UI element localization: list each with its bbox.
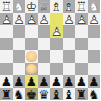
white-knight[interactable]: ♞♘ xyxy=(13,0,26,13)
square-e1[interactable]: ♛♕ xyxy=(38,0,51,13)
square-a5[interactable] xyxy=(88,50,101,63)
square-d8[interactable]: ♝ xyxy=(50,88,63,101)
square-b5[interactable] xyxy=(75,50,88,63)
white-pawn[interactable]: ♟♙ xyxy=(50,25,63,38)
square-b1[interactable]: ♜♖ xyxy=(75,0,88,13)
chess-board: ♜♖♞♘♚♔♛♕♝♗♝♗♜♖♞♘♟♙♟♙♟♙♟♙♟♙♟♙♟♙♟♙♟♟♟♟♟♟♟♟… xyxy=(0,0,100,100)
square-b7[interactable]: ♟ xyxy=(75,75,88,88)
square-f6[interactable] xyxy=(25,63,38,76)
square-g8[interactable]: ♞ xyxy=(13,88,26,101)
square-f8[interactable]: ♚ xyxy=(25,88,38,101)
square-h3[interactable] xyxy=(0,25,13,38)
square-h1[interactable]: ♜♖ xyxy=(0,0,13,13)
square-g7[interactable]: ♟ xyxy=(13,75,26,88)
square-f1[interactable]: ♚♔ xyxy=(25,0,38,13)
black-pawn[interactable]: ♟ xyxy=(88,75,101,88)
square-a3[interactable] xyxy=(88,25,101,38)
square-d1[interactable]: ♝♗ xyxy=(50,0,63,13)
square-e8[interactable]: ♛ xyxy=(38,88,51,101)
black-pawn[interactable]: ♟ xyxy=(75,75,88,88)
white-pawn[interactable]: ♟♙ xyxy=(13,13,26,26)
white-pawn[interactable]: ♟♙ xyxy=(88,13,101,26)
white-rook[interactable]: ♜♖ xyxy=(0,0,13,13)
black-pawn[interactable]: ♟ xyxy=(0,75,13,88)
square-c5[interactable] xyxy=(63,50,76,63)
square-f3[interactable] xyxy=(25,25,38,38)
square-c8[interactable]: ♝ xyxy=(63,88,76,101)
square-g2[interactable]: ♟♙ xyxy=(13,13,26,26)
square-f2[interactable]: ♟♙ xyxy=(25,13,38,26)
white-rook[interactable]: ♜♖ xyxy=(75,0,88,13)
square-e7[interactable]: ♟ xyxy=(38,75,51,88)
square-f4[interactable] xyxy=(25,38,38,51)
square-b2[interactable]: ♟♙ xyxy=(75,13,88,26)
square-a7[interactable]: ♟ xyxy=(88,75,101,88)
square-a8[interactable]: ♞ xyxy=(88,88,101,101)
square-a4[interactable] xyxy=(88,38,101,51)
white-pawn[interactable]: ♟♙ xyxy=(63,13,76,26)
square-h5[interactable] xyxy=(0,50,13,63)
white-bishop[interactable]: ♝♗ xyxy=(50,0,63,13)
black-rook[interactable]: ♜ xyxy=(0,88,13,101)
square-h4[interactable] xyxy=(0,38,13,51)
square-d6[interactable] xyxy=(50,63,63,76)
white-king[interactable]: ♚♔ xyxy=(25,0,38,13)
square-g5[interactable] xyxy=(13,50,26,63)
black-queen[interactable]: ♛ xyxy=(38,88,51,101)
square-b4[interactable] xyxy=(75,38,88,51)
black-pawn[interactable]: ♟ xyxy=(13,75,26,88)
white-pawn[interactable]: ♟♙ xyxy=(25,13,38,26)
square-g6[interactable] xyxy=(13,63,26,76)
black-pawn[interactable]: ♟ xyxy=(63,75,76,88)
square-c3[interactable] xyxy=(63,25,76,38)
square-h6[interactable] xyxy=(0,63,13,76)
square-d7[interactable]: ♟ xyxy=(50,75,63,88)
black-knight[interactable]: ♞ xyxy=(88,88,101,101)
white-pawn[interactable]: ♟♙ xyxy=(75,13,88,26)
white-knight[interactable]: ♞♘ xyxy=(88,0,101,13)
black-knight[interactable]: ♞ xyxy=(13,88,26,101)
white-pawn[interactable]: ♟♙ xyxy=(0,13,13,26)
square-d5[interactable] xyxy=(50,50,63,63)
black-bishop[interactable]: ♝ xyxy=(50,88,63,101)
black-pawn[interactable]: ♟ xyxy=(38,75,51,88)
square-g3[interactable] xyxy=(13,25,26,38)
square-b3[interactable] xyxy=(75,25,88,38)
square-g4[interactable] xyxy=(13,38,26,51)
square-c1[interactable]: ♝♗ xyxy=(63,0,76,13)
square-c2[interactable]: ♟♙ xyxy=(63,13,76,26)
square-e5[interactable] xyxy=(38,50,51,63)
square-e2[interactable]: ♟♙ xyxy=(38,13,51,26)
white-bishop[interactable]: ♝♗ xyxy=(63,0,76,13)
square-b8[interactable]: ♜ xyxy=(75,88,88,101)
square-c6[interactable] xyxy=(63,63,76,76)
black-pawn[interactable]: ♟ xyxy=(50,75,63,88)
square-f5[interactable] xyxy=(25,50,38,63)
white-queen[interactable]: ♛♕ xyxy=(38,0,51,13)
square-a1[interactable]: ♞♘ xyxy=(88,0,101,13)
move-hint-circle[interactable] xyxy=(26,51,37,62)
square-e6[interactable] xyxy=(38,63,51,76)
black-rook[interactable]: ♜ xyxy=(75,88,88,101)
square-d3[interactable]: ♟♙ xyxy=(50,25,63,38)
black-bishop[interactable]: ♝ xyxy=(63,88,76,101)
square-c4[interactable] xyxy=(63,38,76,51)
square-g1[interactable]: ♞♘ xyxy=(13,0,26,13)
square-e3[interactable] xyxy=(38,25,51,38)
black-king[interactable]: ♚ xyxy=(25,88,38,101)
square-h2[interactable]: ♟♙ xyxy=(0,13,13,26)
square-c7[interactable]: ♟ xyxy=(63,75,76,88)
square-e4[interactable] xyxy=(38,38,51,51)
black-pawn[interactable]: ♟ xyxy=(25,75,38,88)
move-hint-circle[interactable] xyxy=(26,64,37,75)
square-h7[interactable]: ♟ xyxy=(0,75,13,88)
square-h8[interactable]: ♜ xyxy=(0,88,13,101)
square-d4[interactable] xyxy=(50,38,63,51)
square-d2[interactable] xyxy=(50,13,63,26)
square-a2[interactable]: ♟♙ xyxy=(88,13,101,26)
square-a6[interactable] xyxy=(88,63,101,76)
white-pawn[interactable]: ♟♙ xyxy=(38,13,51,26)
square-f7[interactable]: ♟ xyxy=(25,75,38,88)
square-b6[interactable] xyxy=(75,63,88,76)
